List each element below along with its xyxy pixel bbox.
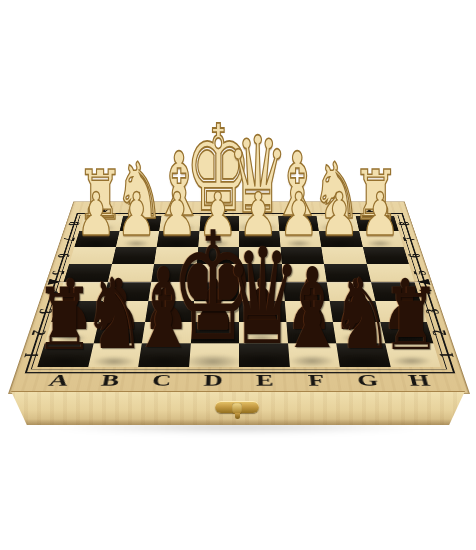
- rank-label-left-6: 6: [45, 252, 82, 260]
- square-g3: [330, 301, 380, 322]
- playing-area: [37, 216, 440, 367]
- seam-marker-right-icon: [416, 279, 430, 285]
- square-g8: [317, 216, 359, 231]
- square-e4: [239, 282, 284, 301]
- square-g6: [321, 247, 366, 264]
- file-label-far-f: F: [277, 203, 316, 214]
- box-front-shadow: [11, 419, 465, 425]
- chess-set-photo: AHBGCFDEEDFCGBHA1122334455667788 ♜♞♝♚♛♝♞…: [0, 0, 476, 550]
- file-label-far-b: B: [123, 203, 163, 214]
- file-label-far-c: C: [162, 203, 201, 214]
- rank-label-left-1: 1: [9, 350, 54, 361]
- rank-label-right-4: 4: [406, 287, 446, 296]
- rank-label-left-4: 4: [32, 287, 72, 296]
- square-c3: [145, 301, 193, 322]
- square-f5: [281, 264, 326, 282]
- rank-label-right-7: 7: [391, 235, 427, 242]
- rank-label-right-8: 8: [387, 220, 422, 227]
- square-d6: [197, 247, 239, 264]
- file-label-near-h: H: [391, 371, 448, 392]
- square-b8: [119, 216, 161, 231]
- square-g7: [319, 231, 363, 247]
- square-e2: [239, 322, 288, 344]
- seam-marker-left-icon: [48, 279, 62, 285]
- square-e3: [239, 301, 286, 322]
- rank-label-left-5: 5: [39, 269, 78, 277]
- square-f6: [280, 247, 324, 264]
- square-b6: [112, 247, 157, 264]
- square-b7: [116, 231, 160, 247]
- square-c1: [138, 344, 190, 368]
- square-e7: [239, 231, 280, 247]
- square-f3: [284, 301, 332, 322]
- file-label-near-c: C: [134, 371, 188, 392]
- square-c4: [148, 282, 195, 301]
- square-b5: [107, 264, 154, 282]
- square-c2: [142, 322, 192, 344]
- rank-label-right-3: 3: [412, 306, 453, 315]
- file-label-near-d: D: [187, 371, 239, 392]
- square-e5: [239, 264, 283, 282]
- square-f8: [278, 216, 319, 231]
- square-e6: [239, 247, 281, 264]
- square-d3: [192, 301, 239, 322]
- board-fold-seam: [47, 281, 432, 282]
- file-label-far-h: H: [352, 203, 393, 214]
- square-f7: [279, 231, 321, 247]
- file-label-far-e: E: [239, 203, 278, 214]
- square-c5: [151, 264, 196, 282]
- rank-label-right-6: 6: [396, 252, 433, 260]
- scene: AHBGCFDEEDFCGBHA1122334455667788 ♜♞♝♚♛♝♞…: [0, 0, 476, 550]
- file-label-near-b: B: [82, 371, 138, 392]
- square-c6: [154, 247, 198, 264]
- square-f4: [283, 282, 330, 301]
- chess-board: AHBGCFDEEDFCGBHA1122334455667788: [8, 201, 470, 394]
- square-b1: [88, 344, 142, 368]
- file-label-far-a: A: [85, 203, 126, 214]
- square-c8: [159, 216, 200, 231]
- square-g2: [333, 322, 385, 344]
- square-e1: [239, 344, 289, 368]
- square-d8: [199, 216, 239, 231]
- rank-label-left-8: 8: [56, 220, 91, 227]
- brass-clasp-icon: [215, 400, 261, 415]
- square-g4: [327, 282, 375, 301]
- rank-label-left-2: 2: [17, 327, 60, 337]
- square-d1: [189, 344, 239, 368]
- square-f1: [288, 344, 340, 368]
- rank-label-left-7: 7: [51, 235, 87, 242]
- square-d7: [198, 231, 239, 247]
- file-label-near-e: E: [239, 371, 291, 392]
- rank-label-right-5: 5: [401, 269, 440, 277]
- square-b2: [93, 322, 145, 344]
- square-g1: [336, 344, 390, 368]
- square-d5: [195, 264, 239, 282]
- square-f2: [286, 322, 336, 344]
- file-label-near-a: A: [30, 371, 87, 392]
- square-c7: [157, 231, 199, 247]
- square-b4: [103, 282, 151, 301]
- square-d4: [194, 282, 239, 301]
- rank-label-right-2: 2: [418, 327, 461, 337]
- square-e8: [239, 216, 279, 231]
- file-label-near-g: G: [340, 371, 396, 392]
- file-label-near-f: F: [290, 371, 344, 392]
- file-label-far-g: G: [315, 203, 355, 214]
- rank-label-left-3: 3: [25, 306, 66, 315]
- square-d2: [190, 322, 239, 344]
- file-label-far-d: D: [200, 203, 239, 214]
- square-g5: [324, 264, 371, 282]
- rank-label-right-1: 1: [424, 350, 469, 361]
- clasp-dangle: [235, 413, 240, 419]
- square-b3: [98, 301, 148, 322]
